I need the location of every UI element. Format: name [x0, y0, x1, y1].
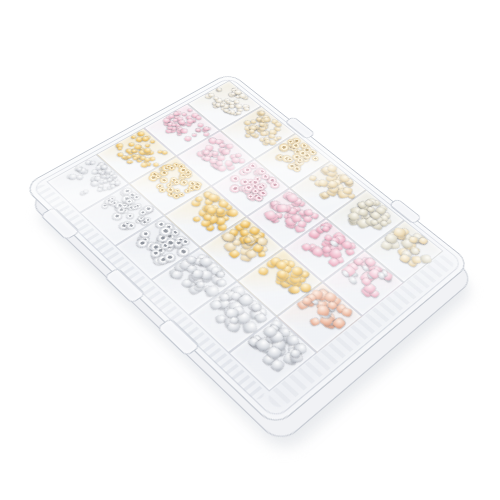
bead: [187, 108, 192, 112]
bead: [125, 212, 135, 219]
bead: [111, 212, 122, 220]
bead: [209, 93, 215, 97]
bead: [341, 307, 353, 317]
bead: [172, 270, 183, 279]
bead: [420, 254, 432, 263]
bead: [138, 209, 148, 216]
bead: [192, 134, 197, 138]
bead: [276, 204, 287, 212]
bead: [195, 196, 203, 202]
bead: [90, 160, 96, 164]
storage-box-lid: [22, 72, 472, 428]
bead: [230, 175, 241, 183]
bead: [183, 136, 191, 142]
bead: [139, 229, 151, 238]
bead: [184, 189, 191, 194]
bead: [203, 132, 210, 137]
bead: [312, 156, 320, 162]
bead: [133, 194, 141, 200]
bead: [181, 128, 188, 133]
bead: [192, 216, 202, 223]
bead: [269, 181, 281, 190]
bead: [68, 174, 77, 181]
bead: [260, 131, 267, 136]
bead: [278, 143, 288, 150]
bead: [257, 267, 268, 276]
bead: [216, 271, 224, 277]
bead: [141, 162, 149, 168]
bead: [91, 170, 98, 175]
bead: [173, 162, 180, 167]
bead: [144, 218, 150, 223]
bead: [150, 140, 156, 144]
bead: [195, 115, 202, 120]
bead: [222, 149, 230, 155]
bead: [117, 146, 124, 151]
bead: [216, 279, 226, 287]
product-photo: [0, 0, 500, 500]
bead: [96, 187, 103, 192]
bead: [348, 276, 358, 285]
bead: [112, 173, 118, 177]
bead: [228, 104, 235, 108]
bead: [83, 189, 89, 193]
